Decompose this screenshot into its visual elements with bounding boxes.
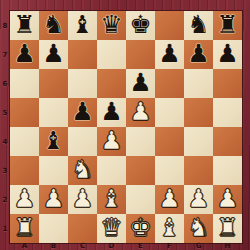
black-knight: ♞ — [187, 12, 209, 37]
white-king: ♚ — [129, 215, 151, 240]
white-pawn: ♟ — [42, 186, 64, 211]
black-pawn: ♟ — [129, 70, 151, 95]
square-b7[interactable]: ♟ — [39, 40, 68, 69]
rank-label-5: 5 — [0, 98, 10, 127]
rank-label-1: 1 — [0, 214, 10, 243]
square-f1[interactable]: ♝ — [155, 214, 184, 243]
square-f3[interactable] — [155, 156, 184, 185]
square-h2[interactable]: ♟ — [213, 185, 242, 214]
rank-label-3: 3 — [0, 156, 10, 185]
white-pawn: ♟ — [13, 186, 35, 211]
square-g6[interactable] — [184, 69, 213, 98]
white-rook: ♜ — [13, 215, 35, 240]
square-h1[interactable]: ♜ — [213, 214, 242, 243]
file-label-h: H — [213, 243, 242, 250]
square-d8[interactable]: ♛ — [97, 11, 126, 40]
square-a1[interactable]: ♜ — [10, 214, 39, 243]
rank-label-4: 4 — [0, 127, 10, 156]
square-h4[interactable] — [213, 127, 242, 156]
square-d1[interactable]: ♛ — [97, 214, 126, 243]
square-b6[interactable] — [39, 69, 68, 98]
rank-label-6: 6 — [0, 69, 10, 98]
square-e8[interactable]: ♚ — [126, 11, 155, 40]
square-e5[interactable]: ♟ — [126, 98, 155, 127]
square-b4[interactable]: ♝ — [39, 127, 68, 156]
square-b3[interactable] — [39, 156, 68, 185]
black-king: ♚ — [129, 12, 151, 37]
black-pawn: ♟ — [216, 41, 238, 66]
square-a6[interactable] — [10, 69, 39, 98]
square-b1[interactable] — [39, 214, 68, 243]
file-label-f: F — [155, 243, 184, 250]
black-bishop: ♝ — [42, 128, 64, 153]
square-d5[interactable]: ♟ — [97, 98, 126, 127]
white-bishop: ♝ — [100, 186, 122, 211]
square-c6[interactable] — [68, 69, 97, 98]
square-h3[interactable] — [213, 156, 242, 185]
square-b8[interactable]: ♞ — [39, 11, 68, 40]
square-d7[interactable] — [97, 40, 126, 69]
square-g7[interactable]: ♟ — [184, 40, 213, 69]
square-d4[interactable]: ♟ — [97, 127, 126, 156]
square-c4[interactable] — [68, 127, 97, 156]
file-label-d: D — [97, 243, 126, 250]
square-f8[interactable] — [155, 11, 184, 40]
square-e1[interactable]: ♚ — [126, 214, 155, 243]
file-label-e: E — [126, 243, 155, 250]
white-pawn: ♟ — [187, 186, 209, 211]
black-rook: ♜ — [216, 12, 238, 37]
square-a3[interactable] — [10, 156, 39, 185]
square-a8[interactable]: ♜ — [10, 11, 39, 40]
square-c1[interactable] — [68, 214, 97, 243]
square-f2[interactable]: ♟ — [155, 185, 184, 214]
square-a2[interactable]: ♟ — [10, 185, 39, 214]
chessboard-frame: ♜♞♝♛♚♞♜♟♟♟♟♟♟♟♟♟♝♟♞♟♟♟♝♟♟♟♜♛♚♝♞♜ 8765432… — [0, 0, 250, 250]
white-pawn: ♟ — [129, 99, 151, 124]
chessboard: ♜♞♝♛♚♞♜♟♟♟♟♟♟♟♟♟♝♟♞♟♟♟♝♟♟♟♜♛♚♝♞♜ — [10, 11, 242, 243]
white-knight: ♞ — [71, 157, 93, 182]
square-g2[interactable]: ♟ — [184, 185, 213, 214]
square-e2[interactable] — [126, 185, 155, 214]
square-e3[interactable] — [126, 156, 155, 185]
square-f5[interactable] — [155, 98, 184, 127]
square-e6[interactable]: ♟ — [126, 69, 155, 98]
white-pawn: ♟ — [100, 128, 122, 153]
square-f4[interactable] — [155, 127, 184, 156]
black-pawn: ♟ — [71, 99, 93, 124]
white-queen: ♛ — [100, 215, 122, 240]
file-label-c: C — [68, 243, 97, 250]
square-f6[interactable] — [155, 69, 184, 98]
square-c2[interactable]: ♟ — [68, 185, 97, 214]
square-a7[interactable]: ♟ — [10, 40, 39, 69]
white-pawn: ♟ — [216, 186, 238, 211]
white-rook: ♜ — [216, 215, 238, 240]
square-c3[interactable]: ♞ — [68, 156, 97, 185]
black-queen: ♛ — [100, 12, 122, 37]
file-label-a: A — [10, 243, 39, 250]
square-g8[interactable]: ♞ — [184, 11, 213, 40]
square-d2[interactable]: ♝ — [97, 185, 126, 214]
black-rook: ♜ — [13, 12, 35, 37]
square-g4[interactable] — [184, 127, 213, 156]
square-a5[interactable] — [10, 98, 39, 127]
square-c8[interactable]: ♝ — [68, 11, 97, 40]
square-g1[interactable]: ♞ — [184, 214, 213, 243]
rank-label-2: 2 — [0, 185, 10, 214]
black-pawn: ♟ — [100, 99, 122, 124]
square-b2[interactable]: ♟ — [39, 185, 68, 214]
black-pawn: ♟ — [13, 41, 35, 66]
white-knight: ♞ — [187, 215, 209, 240]
square-d3[interactable] — [97, 156, 126, 185]
square-h5[interactable] — [213, 98, 242, 127]
rank-label-7: 7 — [0, 40, 10, 69]
square-e4[interactable] — [126, 127, 155, 156]
square-f7[interactable]: ♟ — [155, 40, 184, 69]
square-c7[interactable] — [68, 40, 97, 69]
square-d6[interactable] — [97, 69, 126, 98]
white-bishop: ♝ — [158, 215, 180, 240]
square-h8[interactable]: ♜ — [213, 11, 242, 40]
square-g3[interactable] — [184, 156, 213, 185]
black-pawn: ♟ — [187, 41, 209, 66]
square-a4[interactable] — [10, 127, 39, 156]
black-pawn: ♟ — [158, 41, 180, 66]
white-pawn: ♟ — [158, 186, 180, 211]
black-bishop: ♝ — [71, 12, 93, 37]
black-knight: ♞ — [42, 12, 64, 37]
rank-label-8: 8 — [0, 11, 10, 40]
square-c5[interactable]: ♟ — [68, 98, 97, 127]
file-label-g: G — [184, 243, 213, 250]
white-pawn: ♟ — [71, 186, 93, 211]
square-b5[interactable] — [39, 98, 68, 127]
black-pawn: ♟ — [42, 41, 64, 66]
square-h6[interactable] — [213, 69, 242, 98]
file-label-b: B — [39, 243, 68, 250]
square-h7[interactable]: ♟ — [213, 40, 242, 69]
square-g5[interactable] — [184, 98, 213, 127]
square-e7[interactable] — [126, 40, 155, 69]
